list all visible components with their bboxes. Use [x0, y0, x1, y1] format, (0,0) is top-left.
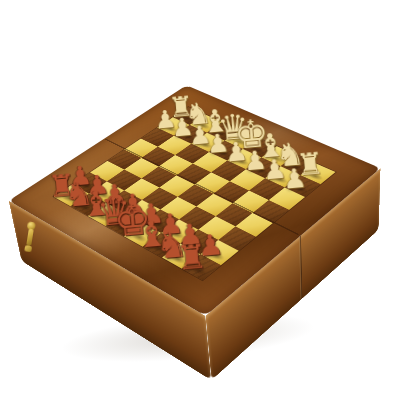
brass-latch-bar — [26, 229, 34, 247]
square-e5[interactable] — [178, 184, 214, 206]
square-c5[interactable] — [142, 167, 177, 188]
white-pawn-h2[interactable]: ♟ — [281, 164, 307, 192]
chess-box-3d-group: ♜♞♝♛♚♝♞♜♟♟♟♟♟♟♟♟♟♟♟♟♟♟♟♟♜♞♝♛♚♝♞♜ — [0, 0, 400, 400]
product-photo-scene: ♜♞♝♛♚♝♞♜♟♟♟♟♟♟♟♟♟♟♟♟♟♟♟♟♜♞♝♛♚♝♞♜ — [0, 0, 400, 400]
brass-latch-foot — [24, 245, 32, 252]
fold-seam-front — [299, 235, 302, 300]
black-rook-h8[interactable]: ♜ — [175, 239, 208, 275]
folding-chess-box: ♜♞♝♛♚♝♞♜♟♟♟♟♟♟♟♟♟♟♟♟♟♟♟♟♜♞♝♛♚♝♞♜ — [9, 85, 381, 316]
perspective-wrapper: ♜♞♝♛♚♝♞♜♟♟♟♟♟♟♟♟♟♟♟♟♟♟♟♟♜♞♝♛♚♝♞♜ — [0, 0, 400, 400]
